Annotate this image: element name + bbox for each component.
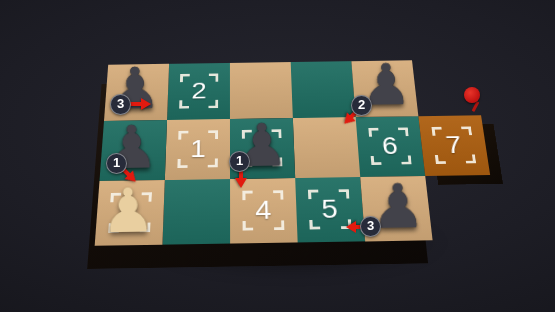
board-cell-r0c2[interactable] [230,62,293,119]
target-number: 6 [357,132,424,161]
board-cell-r2c1[interactable] [162,179,230,245]
move-badge: 3 [110,94,131,115]
board-cell-r1c4[interactable]: 6 [356,116,426,177]
target-number: 4 [230,195,297,226]
white-pawn-piece[interactable]: ♟ [100,180,156,242]
target-number: 2 [168,77,230,104]
move-badge: 1 [106,153,127,174]
target-number: 1 [165,134,230,163]
board-cell-r0c3[interactable] [291,61,356,118]
target-brackets [368,127,411,165]
game-scene: ♟2♟♟13♟6♟45♟ 7 3 1 1 2 3 [0,0,555,312]
move-badge: 2 [351,95,372,116]
target-brackets [431,126,476,164]
move-badge: 3 [360,216,381,237]
target-brackets [177,130,218,168]
board-cell-r1c1[interactable]: 1 [165,119,230,180]
move-badge: 1 [229,151,250,172]
target-number: 7 [420,131,488,160]
board-cell-exit-7[interactable]: 7 [418,115,490,176]
target-brackets [179,74,218,109]
board-cell-r0c1[interactable]: 2 [167,63,230,120]
puzzle-board: ♟2♟♟13♟6♟45♟ 7 [95,60,433,246]
target-brackets [242,190,284,231]
goal-pin-icon [464,87,480,103]
board-cell-r2c0[interactable]: ♟ [95,180,165,246]
move-arrow-right-icon [129,98,151,110]
board-grid: ♟2♟♟13♟6♟45♟ [95,60,433,246]
